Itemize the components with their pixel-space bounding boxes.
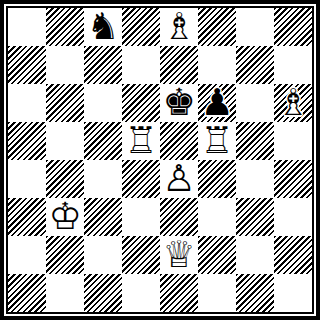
square-a3[interactable] [8,198,46,236]
square-e2[interactable]: ♛♕ [160,236,198,274]
square-b3[interactable]: ♚♔ [46,198,84,236]
white-pawn[interactable]: ♟♙ [160,160,198,198]
board-inner-frame: ♞♞♝♗♚♚♟♟♝♗♜♖♜♖♟♙♚♔♛♕ [6,6,314,314]
square-c1[interactable] [84,274,122,312]
black-king[interactable]: ♚♚ [160,84,198,122]
square-c7[interactable] [84,46,122,84]
black-king-glyph: ♚ [160,84,198,122]
square-d3[interactable] [122,198,160,236]
square-d5[interactable]: ♜♖ [122,122,160,160]
white-queen[interactable]: ♛♕ [160,236,198,274]
square-a1[interactable] [8,274,46,312]
square-d2[interactable] [122,236,160,274]
square-e4[interactable]: ♟♙ [160,160,198,198]
square-h3[interactable] [274,198,312,236]
square-h8[interactable] [274,8,312,46]
square-h2[interactable] [274,236,312,274]
black-knight[interactable]: ♞♞ [84,8,122,46]
black-pawn-glyph: ♟ [198,84,236,122]
square-e3[interactable] [160,198,198,236]
square-g6[interactable] [236,84,274,122]
square-d6[interactable] [122,84,160,122]
square-g5[interactable] [236,122,274,160]
white-pawn-glyph: ♙ [160,160,198,198]
square-e1[interactable] [160,274,198,312]
square-f2[interactable] [198,236,236,274]
square-g3[interactable] [236,198,274,236]
square-a7[interactable] [8,46,46,84]
square-e6[interactable]: ♚♚ [160,84,198,122]
square-f4[interactable] [198,160,236,198]
square-a8[interactable] [8,8,46,46]
square-b4[interactable] [46,160,84,198]
square-f7[interactable] [198,46,236,84]
square-a2[interactable] [8,236,46,274]
chess-board: ♞♞♝♗♚♚♟♟♝♗♜♖♜♖♟♙♚♔♛♕ [8,8,312,312]
square-b8[interactable] [46,8,84,46]
square-f1[interactable] [198,274,236,312]
square-f3[interactable] [198,198,236,236]
square-c2[interactable] [84,236,122,274]
white-rook-glyph: ♖ [122,122,160,160]
square-h1[interactable] [274,274,312,312]
square-h4[interactable] [274,160,312,198]
white-bishop-glyph: ♗ [160,8,198,46]
white-bishop[interactable]: ♝♗ [160,8,198,46]
square-e8[interactable]: ♝♗ [160,8,198,46]
square-d4[interactable] [122,160,160,198]
square-d8[interactable] [122,8,160,46]
square-f8[interactable] [198,8,236,46]
square-g4[interactable] [236,160,274,198]
white-bishop[interactable]: ♝♗ [274,84,312,122]
square-g1[interactable] [236,274,274,312]
square-c6[interactable] [84,84,122,122]
square-b5[interactable] [46,122,84,160]
square-d1[interactable] [122,274,160,312]
square-g7[interactable] [236,46,274,84]
square-c8[interactable]: ♞♞ [84,8,122,46]
square-c5[interactable] [84,122,122,160]
square-a6[interactable] [8,84,46,122]
square-h7[interactable] [274,46,312,84]
square-a5[interactable] [8,122,46,160]
square-b7[interactable] [46,46,84,84]
square-f5[interactable]: ♜♖ [198,122,236,160]
white-queen-glyph: ♕ [160,236,198,274]
square-e7[interactable] [160,46,198,84]
black-pawn[interactable]: ♟♟ [198,84,236,122]
square-h6[interactable]: ♝♗ [274,84,312,122]
square-g2[interactable] [236,236,274,274]
white-king[interactable]: ♚♔ [46,198,84,236]
white-king-glyph: ♔ [46,198,84,236]
square-c4[interactable] [84,160,122,198]
square-b2[interactable] [46,236,84,274]
square-f6[interactable]: ♟♟ [198,84,236,122]
square-h5[interactable] [274,122,312,160]
square-d7[interactable] [122,46,160,84]
square-c3[interactable] [84,198,122,236]
board-frame: ♞♞♝♗♚♚♟♟♝♗♜♖♜♖♟♙♚♔♛♕ [0,0,320,320]
white-bishop-glyph: ♗ [274,84,312,122]
square-g8[interactable] [236,8,274,46]
square-e5[interactable] [160,122,198,160]
square-a4[interactable] [8,160,46,198]
white-rook-glyph: ♖ [198,122,236,160]
white-rook[interactable]: ♜♖ [198,122,236,160]
square-b1[interactable] [46,274,84,312]
black-knight-glyph: ♞ [84,8,122,46]
square-b6[interactable] [46,84,84,122]
white-rook[interactable]: ♜♖ [122,122,160,160]
